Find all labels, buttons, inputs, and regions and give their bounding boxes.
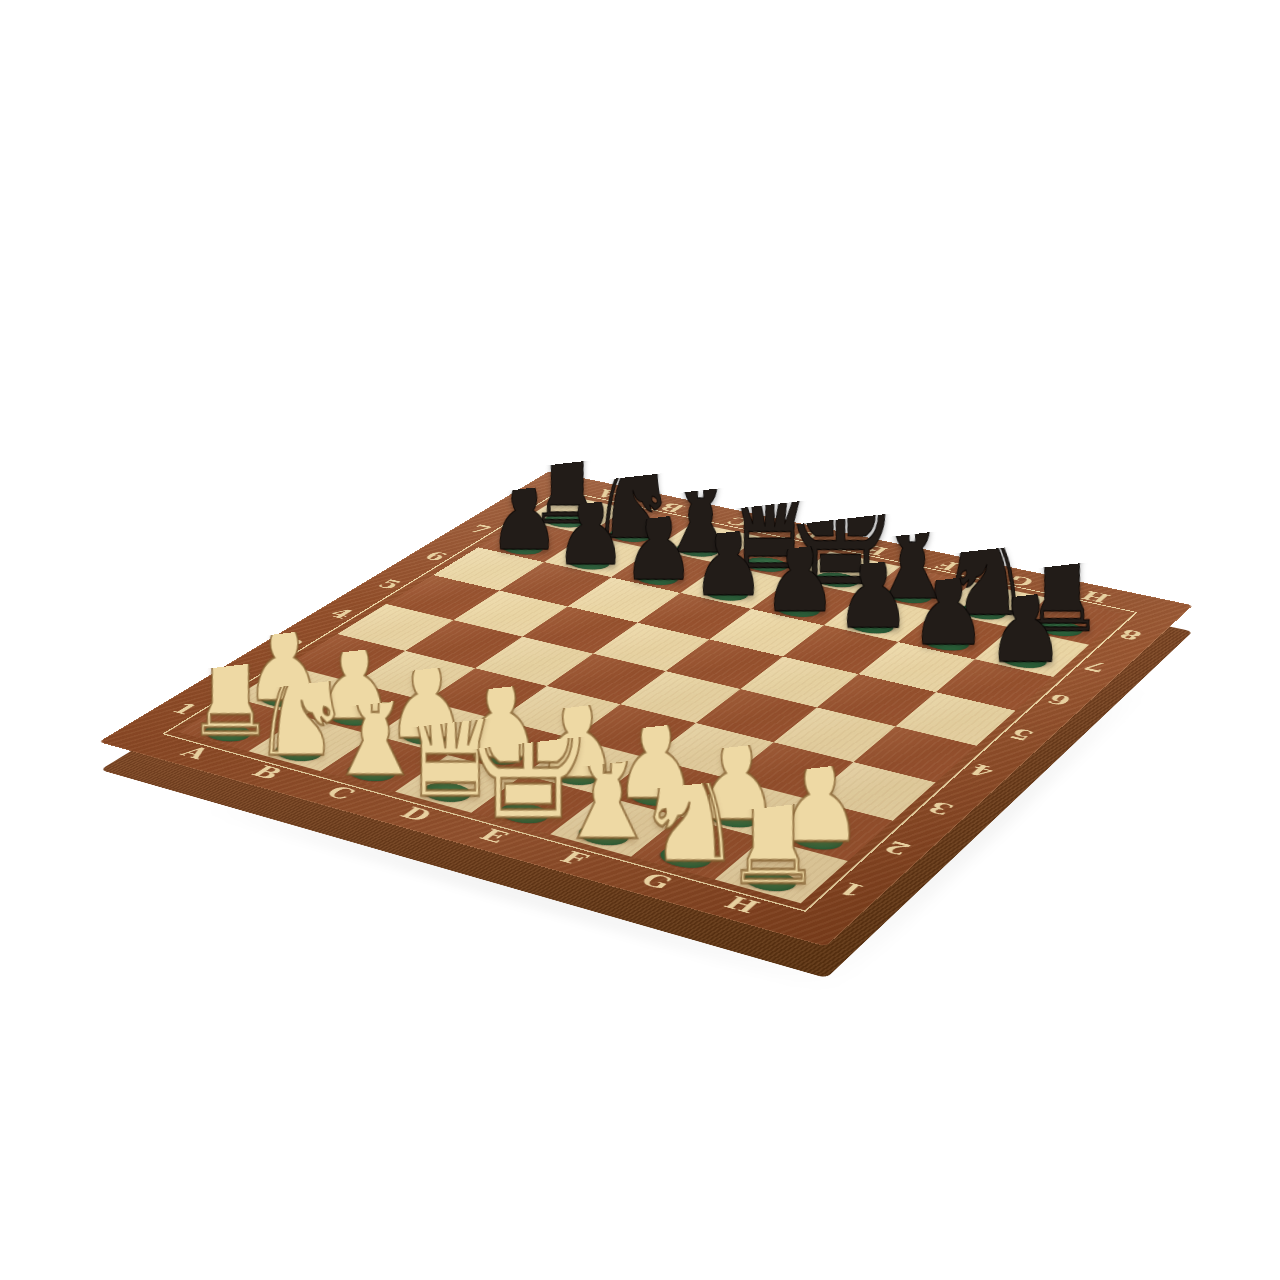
- chess-board: ♜♞♝♛♚♝♞♜♟♟♟♟♟♟♟♟♟♟♟♟♟♟♟♟♜♞♝♛♚♝♞♜ AABBCCD…: [99, 471, 1193, 947]
- board-grid: ♜♞♝♛♚♝♞♜♟♟♟♟♟♟♟♟♟♟♟♟♟♟♟♟♜♞♝♛♚♝♞♜: [178, 495, 1123, 903]
- scene: ♜♞♝♛♚♝♞♜♟♟♟♟♟♟♟♟♟♟♟♟♟♟♟♟♜♞♝♛♚♝♞♜ AABBCCD…: [0, 0, 1280, 1280]
- board-frame: ♜♞♝♛♚♝♞♜♟♟♟♟♟♟♟♟♟♟♟♟♟♟♟♟♜♞♝♛♚♝♞♜ AABBCCD…: [99, 471, 1193, 947]
- perspective-wrapper: ♜♞♝♛♚♝♞♜♟♟♟♟♟♟♟♟♟♟♟♟♟♟♟♟♜♞♝♛♚♝♞♜ AABBCCD…: [0, 0, 1280, 1280]
- camera-roll: ♜♞♝♛♚♝♞♜♟♟♟♟♟♟♟♟♟♟♟♟♟♟♟♟♜♞♝♛♚♝♞♜ AABBCCD…: [0, 0, 1280, 1280]
- pawn-icon: ♟: [986, 555, 1065, 682]
